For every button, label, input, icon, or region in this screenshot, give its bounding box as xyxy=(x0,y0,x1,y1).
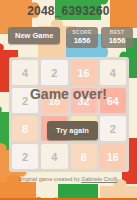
author-link[interactable]: Gabriele Cirulli xyxy=(81,176,117,182)
new-game-button[interactable]: New Game xyxy=(8,27,60,44)
score-label: SCORE xyxy=(69,29,95,35)
scoreboard: SCORE 1656 BEST 1656 xyxy=(66,27,133,48)
best-badge: BEST 1656 xyxy=(101,27,133,48)
app-window: 2048_6393260 New Game SCORE 1656 BEST 16… xyxy=(0,0,137,200)
game-over-message: Game over! xyxy=(0,86,137,102)
best-value: 1656 xyxy=(104,36,130,45)
best-label: BEST xyxy=(104,29,130,35)
bottom-accent-bar xyxy=(0,198,137,200)
footer-text-suffix: . xyxy=(117,176,119,182)
game-over-overlay xyxy=(9,57,129,172)
try-again-button[interactable]: Try again xyxy=(47,121,98,140)
footer-credit: Original game created by Gabriele Cirull… xyxy=(0,176,137,182)
footer-text: Original game created by xyxy=(18,176,81,182)
score-value: 1656 xyxy=(69,36,95,45)
score-badge: SCORE 1656 xyxy=(66,27,98,48)
page-title: 2048_6393260 xyxy=(0,4,137,18)
